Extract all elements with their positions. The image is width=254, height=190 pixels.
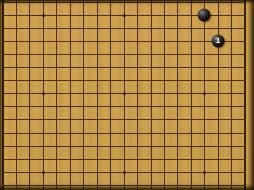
star-point: [42, 92, 45, 95]
grid-line-horizontal: [2, 146, 246, 147]
go-board[interactable]: 1: [0, 0, 254, 190]
grid-line-horizontal: [2, 133, 246, 134]
grid-line-horizontal: [2, 41, 246, 42]
star-point: [203, 171, 206, 174]
stone-move-number: 1: [215, 37, 220, 44]
grid-line-horizontal: [2, 106, 246, 107]
grid-line-horizontal: [2, 80, 246, 81]
grid-line-horizontal: [2, 67, 246, 68]
grid-line-horizontal: [2, 2, 246, 3]
grid-line-horizontal: [2, 28, 246, 29]
star-point: [123, 14, 126, 17]
star-point: [42, 171, 45, 174]
black-stone: 1: [211, 34, 224, 47]
grid-line-horizontal: [2, 54, 246, 55]
grid-line-horizontal: [2, 185, 246, 186]
star-point: [203, 92, 206, 95]
black-stone: [198, 8, 211, 21]
star-point: [42, 14, 45, 17]
star-point: [123, 92, 126, 95]
star-point: [123, 171, 126, 174]
go-app-window: 1: [0, 0, 254, 190]
grid-line-horizontal: [2, 119, 246, 120]
grid-line-horizontal: [2, 159, 246, 160]
